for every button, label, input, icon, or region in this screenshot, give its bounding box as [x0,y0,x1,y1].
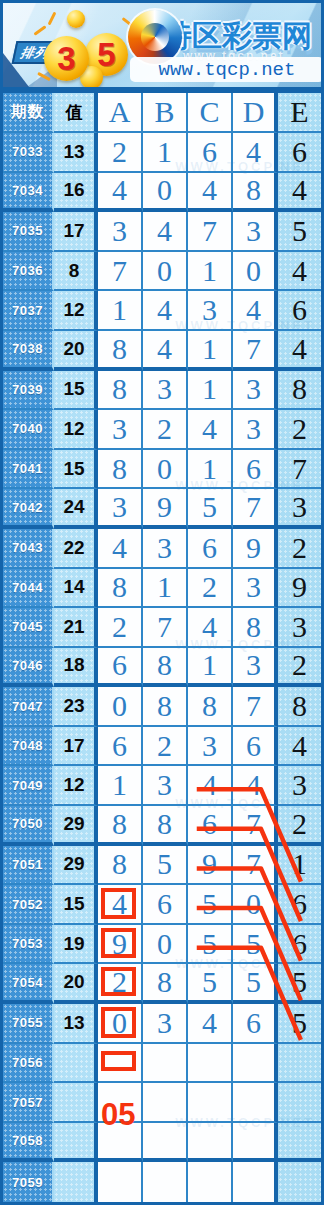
cell-B-7050-label: 8 [157,809,172,839]
cell-B-7036-label: 0 [157,256,172,286]
column-header-值-label: 值 [66,101,83,124]
cell-C-7036-label: 1 [202,256,217,286]
cell-C-7038-label: 1 [202,334,217,364]
sum-value-cell-7038: 20 [54,331,98,371]
cell-B-7039-label: 3 [157,374,172,404]
cell-B-7035: 4 [143,212,188,252]
cell-C-7035-label: 7 [202,216,217,246]
sum-value-cell-7058 [54,1123,98,1163]
cell-B-7049: 3 [143,766,188,806]
period-cell-7043-label: 7043 [12,540,43,555]
period-cell-7042-label: 7042 [12,500,43,515]
cell-C-7054: 5 [188,964,233,1004]
period-cell-7035: 7035 [3,212,54,252]
cell-C-7038: 1 [188,331,233,371]
cell-D-7043-label: 9 [246,533,261,563]
cell-D-7042: 7 [233,489,278,529]
cell-D-7048-label: 6 [246,731,261,761]
cell-E-7048: 4 [278,727,321,767]
cell-E-7050-label: 2 [292,809,307,839]
cell-E-7044-label: 9 [292,572,307,602]
period-cell-7057-label: 7057 [12,1095,43,1110]
cell-D-7056 [233,1044,278,1084]
column-header-E-label: E [290,97,308,127]
cell-C-7052: 5 [188,885,233,925]
cell-A-7044: 8 [98,569,143,609]
cell-D-7041: 6 [233,450,278,490]
cell-C-7049: 4 [188,766,233,806]
cell-C-7042: 5 [188,489,233,529]
cell-D-7045-label: 8 [246,612,261,642]
cell-D-7052: 0 [233,885,278,925]
sum-value-cell-7059 [54,1162,98,1202]
cell-B-7052: 6 [143,885,188,925]
sum-value-cell-7048: 17 [54,727,98,767]
cell-C-7055-label: 4 [202,1008,217,1038]
column-header-A: A [98,93,143,133]
cell-E-7044: 9 [278,569,321,609]
cell-C-7040: 4 [188,410,233,450]
sum-value-cell-7054-label: 20 [63,971,84,993]
sum-value-cell-7041: 15 [54,450,98,490]
cell-E-7037-label: 6 [292,295,307,325]
ray-decor [48,12,57,26]
period-cell-7052-label: 7052 [12,897,43,912]
cell-E-7045-label: 3 [292,612,307,642]
cell-E-7042-label: 3 [292,492,307,522]
red-highlight-box-7054 [101,967,136,996]
cell-E-7033-label: 6 [292,137,307,167]
cell-B-7042-label: 9 [157,492,172,522]
cell-A-7034-label: 4 [112,175,127,205]
cell-E-7054-label: 5 [292,967,307,997]
ball-3-label: 3 [57,42,75,75]
cell-D-7033: 4 [233,133,278,173]
cell-B-7046: 8 [143,648,188,688]
period-cell-7049-label: 7049 [12,778,43,793]
cell-C-7039: 1 [188,371,233,411]
cell-B-7050: 8 [143,806,188,846]
column-header-B: B [143,93,188,133]
cell-C-7045: 4 [188,608,233,648]
cell-E-7049-label: 3 [292,770,307,800]
cell-A-7040-label: 3 [112,414,127,444]
cell-C-7043-label: 6 [202,533,217,563]
cell-B-7043-label: 3 [157,533,172,563]
cell-E-7038-label: 4 [292,334,307,364]
sum-value-cell-7040: 12 [54,410,98,450]
cell-B-7038-label: 4 [157,334,172,364]
period-cell-7039-label: 7039 [12,382,43,397]
cell-C-7055: 4 [188,1004,233,1044]
period-cell-7051: 7051 [3,846,54,886]
period-cell-7035-label: 7035 [12,223,43,238]
cell-B-7058 [143,1123,188,1163]
cell-D-7046: 3 [233,648,278,688]
cell-C-7035: 7 [188,212,233,252]
cell-D-7038-label: 7 [246,334,261,364]
site-swirl-logo-icon [128,10,182,64]
cell-E-7046: 2 [278,648,321,688]
period-cell-7041: 7041 [3,450,54,490]
period-cell-7049: 7049 [3,766,54,806]
cell-D-7037-label: 4 [246,295,261,325]
cell-D-7051-label: 7 [246,849,261,879]
cell-E-7041-label: 7 [292,454,307,484]
cell-A-7036: 7 [98,252,143,292]
period-cell-7059-label: 7059 [12,1175,43,1190]
period-cell-7045: 7045 [3,608,54,648]
sum-value-cell-7052-label: 15 [63,893,84,915]
cell-D-7049: 4 [233,766,278,806]
cell-C-7041-label: 1 [202,454,217,484]
sum-value-cell-7043-label: 22 [63,537,84,559]
cell-E-7046-label: 2 [292,650,307,680]
cell-A-7040: 3 [98,410,143,450]
cell-C-7051: 9 [188,846,233,886]
cell-C-7058 [188,1123,233,1163]
cell-C-7043: 6 [188,529,233,569]
cell-B-7053-label: 0 [157,929,172,959]
cell-B-7041-label: 0 [157,454,172,484]
cell-E-7058 [278,1123,321,1163]
cell-D-7045: 8 [233,608,278,648]
sum-value-cell-7043: 22 [54,529,98,569]
period-cell-7037-label: 7037 [12,303,43,318]
cell-B-7055-label: 3 [157,1008,172,1038]
cell-E-7057 [278,1083,321,1123]
sum-value-cell-7044-label: 14 [63,576,84,598]
cell-C-7044: 2 [188,569,233,609]
period-cell-7043: 7043 [3,529,54,569]
site-url-box[interactable]: www.tqcp.net [130,57,321,82]
sum-value-cell-7042: 24 [54,489,98,529]
sum-value-cell-7037-label: 12 [63,299,84,321]
sum-value-cell-7033-label: 13 [63,141,84,163]
cell-D-7051: 7 [233,846,278,886]
period-cell-7050-label: 7050 [12,816,43,831]
period-cell-7059: 7059 [3,1162,54,1202]
sum-value-cell-7038-label: 20 [63,338,84,360]
cell-A-7049-label: 1 [112,770,127,800]
cell-C-7047: 8 [188,687,233,727]
cell-E-7047: 8 [278,687,321,727]
cell-D-7038: 7 [233,331,278,371]
cell-A-7051: 8 [98,846,143,886]
sum-value-cell-7048-label: 17 [63,735,84,757]
cell-A-7042-label: 3 [112,492,127,522]
cell-B-7056 [143,1044,188,1084]
cell-A-7033-label: 2 [112,137,127,167]
cell-B-7033-label: 1 [157,137,172,167]
sum-value-cell-7052: 15 [54,885,98,925]
period-cell-7058-label: 7058 [12,1133,43,1148]
cell-C-7045-label: 4 [202,612,217,642]
sum-value-cell-7040-label: 12 [63,418,84,440]
cell-D-7041-label: 6 [246,454,261,484]
sum-value-cell-7041-label: 15 [63,458,84,480]
sum-value-cell-7042-label: 24 [63,496,84,518]
period-cell-7039: 7039 [3,371,54,411]
period-cell-7055-label: 7055 [12,1015,43,1030]
period-cell-7046-label: 7046 [12,658,43,673]
cell-D-7044-label: 3 [246,572,261,602]
sum-value-cell-7054: 20 [54,964,98,1004]
cell-C-7053: 5 [188,925,233,965]
cell-A-7054: 2 [98,964,143,1004]
cell-A-7037-label: 1 [112,295,127,325]
cell-A-7057: 05 [98,1083,143,1123]
cell-B-7047: 8 [143,687,188,727]
sum-value-cell-7051-label: 29 [63,853,84,875]
cell-A-7044-label: 8 [112,572,127,602]
period-cell-7054: 7054 [3,964,54,1004]
cell-E-7056 [278,1044,321,1084]
cell-E-7048-label: 4 [292,731,307,761]
period-cell-7053: 7053 [3,925,54,965]
cell-C-7044-label: 2 [202,572,217,602]
sum-value-cell-7036: 8 [54,252,98,292]
period-cell-7058: 7058 [3,1123,54,1163]
cell-C-7037-label: 3 [202,295,217,325]
cell-B-7037: 4 [143,291,188,331]
cell-C-7052-label: 5 [202,889,217,919]
cell-C-7040-label: 4 [202,414,217,444]
red-highlight-box-7053 [101,928,136,959]
sum-value-cell-7053-label: 19 [63,933,84,955]
cell-E-7043: 2 [278,529,321,569]
period-cell-7044-label: 7044 [12,580,43,595]
cell-C-7057 [188,1083,233,1123]
cell-B-7040: 2 [143,410,188,450]
column-header-期数: 期数 [3,93,54,133]
cell-D-7040: 3 [233,410,278,450]
cell-C-7050-label: 6 [202,809,217,839]
cell-C-7059 [188,1162,233,1202]
period-cell-7050: 7050 [3,806,54,846]
cell-A-7042: 3 [98,489,143,529]
cell-B-7053: 0 [143,925,188,965]
sum-value-cell-7047: 23 [54,687,98,727]
cell-B-7039: 3 [143,371,188,411]
red-highlight-box-7055 [101,1007,136,1038]
cell-A-7039-label: 8 [112,374,127,404]
cell-D-7039-label: 3 [246,374,261,404]
cell-B-7059 [143,1162,188,1202]
cell-E-7040-label: 2 [292,414,307,444]
cell-B-7052-label: 6 [157,889,172,919]
cell-B-7040-label: 2 [157,414,172,444]
cell-A-7034: 4 [98,173,143,213]
cell-D-7036-label: 0 [246,256,261,286]
cell-A-7050: 8 [98,806,143,846]
cell-C-7047-label: 8 [202,691,217,721]
cell-A-7052: 4 [98,885,143,925]
cell-A-7046-label: 6 [112,650,127,680]
cell-E-7052: 6 [278,885,321,925]
cell-B-7057 [143,1083,188,1123]
column-header-A-label: A [109,97,131,127]
cell-E-7033: 6 [278,133,321,173]
cell-E-7055: 5 [278,1004,321,1044]
sum-value-cell-7034-label: 16 [63,179,84,201]
period-cell-7040: 7040 [3,410,54,450]
cell-D-7039: 3 [233,371,278,411]
cell-A-7041-label: 8 [112,454,127,484]
cell-E-7039: 8 [278,371,321,411]
cell-C-7046: 1 [188,648,233,688]
cell-E-7039-label: 8 [292,374,307,404]
period-cell-7053-label: 7053 [12,936,43,951]
cell-A-7043-label: 4 [112,533,127,563]
cell-B-7041: 0 [143,450,188,490]
column-header-E: E [278,93,321,133]
cell-A-7059 [98,1162,143,1202]
ray-decor [33,25,46,35]
sum-value-cell-7045-label: 21 [63,616,84,638]
sum-value-cell-7047-label: 23 [63,695,84,717]
sum-value-cell-7051: 29 [54,846,98,886]
cell-A-7048-label: 6 [112,731,127,761]
cell-D-7054-label: 5 [246,967,261,997]
cell-E-7059 [278,1162,321,1202]
cell-B-7034-label: 0 [157,175,172,205]
site-url[interactable]: www.tqcp.net [159,59,296,81]
cell-D-7057 [233,1083,278,1123]
ball-5-label: 5 [97,38,115,71]
sum-value-cell-7053: 19 [54,925,98,965]
cell-D-7053-label: 5 [246,929,261,959]
cell-B-7044-label: 1 [157,572,172,602]
cell-B-7033: 1 [143,133,188,173]
cell-B-7048-label: 2 [157,731,172,761]
cell-B-7049-label: 3 [157,770,172,800]
cell-A-7035: 3 [98,212,143,252]
cell-B-7051: 5 [143,846,188,886]
cell-A-7037: 1 [98,291,143,331]
period-cell-7045-label: 7045 [12,619,43,634]
cell-E-7043-label: 2 [292,533,307,563]
period-cell-7056-label: 7056 [12,1055,43,1070]
cell-C-7054-label: 5 [202,967,217,997]
cell-D-7034: 8 [233,173,278,213]
gold-ball-small-top [67,10,85,28]
cell-D-7047-label: 7 [246,691,261,721]
cell-A-7047: 0 [98,687,143,727]
cell-E-7047-label: 8 [292,691,307,721]
column-header-D: D [233,93,278,133]
cell-D-7040-label: 3 [246,414,261,444]
cell-C-7037: 3 [188,291,233,331]
sum-value-cell-7057 [54,1083,98,1123]
cell-C-7034-label: 4 [202,175,217,205]
cell-C-7051-label: 9 [202,849,217,879]
sum-value-cell-7036-label: 8 [69,260,80,282]
cell-C-7039-label: 1 [202,374,217,404]
cell-E-7037: 6 [278,291,321,331]
column-header-值: 值 [54,93,98,133]
cell-A-7045: 2 [98,608,143,648]
cell-A-7056 [98,1044,143,1084]
cell-B-7047-label: 8 [157,691,172,721]
cell-A-7033: 2 [98,133,143,173]
sum-value-cell-7046: 18 [54,648,98,688]
cell-D-7050: 7 [233,806,278,846]
cell-B-7043: 3 [143,529,188,569]
sum-value-cell-7037: 12 [54,291,98,331]
cell-A-7038-label: 8 [112,334,127,364]
cell-D-7035-label: 3 [246,216,261,246]
period-cell-7034: 7034 [3,173,54,213]
cell-A-7046: 6 [98,648,143,688]
cell-E-7051: 1 [278,846,321,886]
cell-B-7051-label: 5 [157,849,172,879]
cell-D-7033-label: 4 [246,137,261,167]
cell-B-7045-label: 7 [157,612,172,642]
cell-D-7055: 6 [233,1004,278,1044]
sum-value-cell-7044: 14 [54,569,98,609]
cell-C-7041: 1 [188,450,233,490]
sum-value-cell-7050-label: 29 [63,813,84,835]
cell-E-7040: 2 [278,410,321,450]
sum-value-cell-7055: 13 [54,1004,98,1044]
period-cell-7046: 7046 [3,648,54,688]
sum-value-cell-7049-label: 12 [63,774,84,796]
cell-D-7055-label: 6 [246,1008,261,1038]
column-header-D-label: D [243,97,265,127]
cell-E-7035: 5 [278,212,321,252]
period-cell-7047: 7047 [3,687,54,727]
period-cell-7054-label: 7054 [12,975,43,990]
cell-E-7053-label: 6 [292,929,307,959]
red-highlight-box-7056 [101,1051,136,1072]
cell-B-7048: 2 [143,727,188,767]
period-cell-7056: 7056 [3,1044,54,1084]
cell-D-7042-label: 7 [246,492,261,522]
cell-D-7059 [233,1162,278,1202]
cell-A-7049: 1 [98,766,143,806]
period-cell-7038-label: 7038 [12,341,43,356]
period-cell-7051-label: 7051 [12,857,43,872]
cell-D-7058 [233,1123,278,1163]
cell-D-7054: 5 [233,964,278,1004]
cell-A-7039: 8 [98,371,143,411]
sum-value-cell-7033: 13 [54,133,98,173]
cell-D-7037: 4 [233,291,278,331]
trend-table: 期数值ABCDE70331321646703416404847035173473… [3,87,321,1202]
cell-C-7033: 6 [188,133,233,173]
cell-B-7035-label: 4 [157,216,172,246]
cell-C-7042-label: 5 [202,492,217,522]
column-header-C-label: C [199,97,219,127]
cell-A-7047-label: 0 [112,691,127,721]
period-cell-7038: 7038 [3,331,54,371]
period-cell-7041-label: 7041 [12,461,43,476]
cell-A-7048: 6 [98,727,143,767]
cell-E-7052-label: 6 [292,889,307,919]
period-cell-7033-label: 7033 [12,144,43,159]
cell-E-7045: 3 [278,608,321,648]
lottery-trend-chart-screen: 排列 3 5 特区彩票网 www.tqcp.net www.tqcp.net 期… [0,0,324,1205]
cell-B-7037-label: 4 [157,295,172,325]
column-header-期数-label: 期数 [11,102,44,123]
site-banner: 排列 3 5 特区彩票网 www.tqcp.net www.tqcp.net [3,3,321,87]
cell-E-7034-label: 4 [292,175,307,205]
cell-B-7046-label: 8 [157,650,172,680]
cell-B-7036: 0 [143,252,188,292]
cell-C-7046-label: 1 [202,650,217,680]
cell-E-7049: 3 [278,766,321,806]
